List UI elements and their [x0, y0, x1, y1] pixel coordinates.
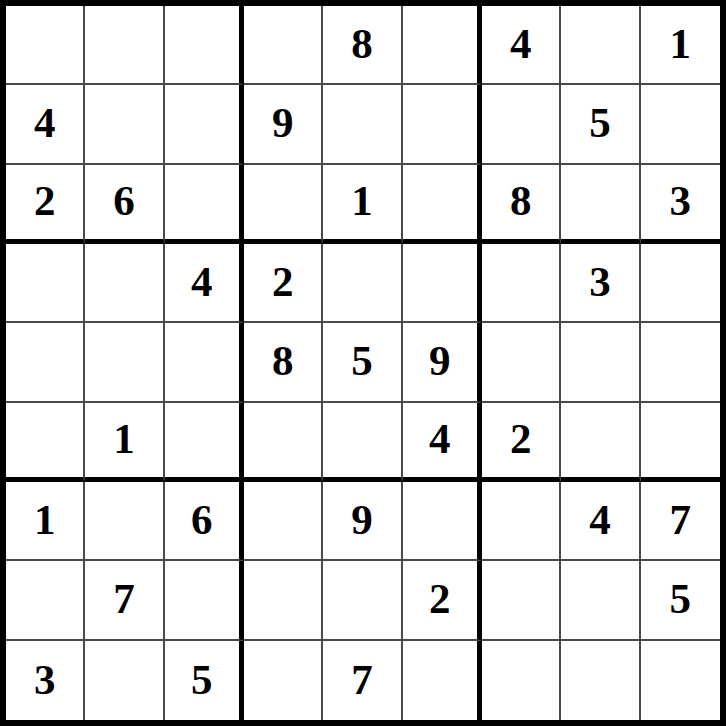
- cell-r3c9[interactable]: 3: [641, 165, 720, 244]
- cell-r7c7[interactable]: [482, 482, 561, 561]
- cell-r1c6[interactable]: [403, 6, 482, 85]
- cell-r7c3[interactable]: 6: [165, 482, 244, 561]
- cell-r3c3[interactable]: [165, 165, 244, 244]
- cell-r3c1[interactable]: 2: [6, 165, 85, 244]
- cell-r6c5[interactable]: [323, 403, 402, 482]
- cell-r9c5[interactable]: 7: [323, 641, 402, 720]
- cell-r2c4[interactable]: 9: [244, 85, 323, 164]
- given-digit: 3: [34, 658, 56, 701]
- given-digit: 2: [429, 577, 451, 620]
- given-digit: 5: [191, 658, 213, 701]
- cell-r9c1[interactable]: 3: [6, 641, 85, 720]
- given-digit: 2: [34, 179, 56, 222]
- given-digit: 4: [34, 101, 56, 144]
- cell-r6c1[interactable]: [6, 403, 85, 482]
- given-digit: 1: [351, 179, 373, 222]
- given-digit: 4: [510, 22, 532, 65]
- cell-r4c4[interactable]: 2: [244, 244, 323, 323]
- cell-r1c5[interactable]: 8: [323, 6, 402, 85]
- cell-r4c7[interactable]: [482, 244, 561, 323]
- cell-r7c5[interactable]: 9: [323, 482, 402, 561]
- cell-r6c7[interactable]: 2: [482, 403, 561, 482]
- cell-r7c2[interactable]: [85, 482, 164, 561]
- cell-r2c8[interactable]: 5: [561, 85, 640, 164]
- given-digit: 3: [670, 179, 692, 222]
- cell-r1c3[interactable]: [165, 6, 244, 85]
- sudoku-page: 8414952618342385914216947725357: [0, 0, 726, 726]
- cell-r4c1[interactable]: [6, 244, 85, 323]
- cell-r3c8[interactable]: [561, 165, 640, 244]
- given-digit: 9: [272, 101, 294, 144]
- cell-r9c3[interactable]: 5: [165, 641, 244, 720]
- given-digit: 4: [589, 498, 611, 541]
- cell-r1c2[interactable]: [85, 6, 164, 85]
- given-digit: 8: [272, 339, 294, 382]
- cell-r8c8[interactable]: [561, 561, 640, 640]
- cell-r4c2[interactable]: [85, 244, 164, 323]
- given-digit: 6: [191, 498, 213, 541]
- cell-r5c5[interactable]: 5: [323, 323, 402, 402]
- cell-r5c8[interactable]: [561, 323, 640, 402]
- cell-r6c9[interactable]: [641, 403, 720, 482]
- cell-r4c6[interactable]: [403, 244, 482, 323]
- cell-r9c8[interactable]: [561, 641, 640, 720]
- given-digit: 4: [191, 260, 213, 303]
- cell-r2c9[interactable]: [641, 85, 720, 164]
- cell-r4c5[interactable]: [323, 244, 402, 323]
- given-digit: 1: [34, 498, 56, 541]
- cell-r3c7[interactable]: 8: [482, 165, 561, 244]
- given-digit: 4: [429, 417, 451, 460]
- cell-r6c6[interactable]: 4: [403, 403, 482, 482]
- given-digit: 7: [670, 498, 692, 541]
- cell-r5c3[interactable]: [165, 323, 244, 402]
- sudoku-board: 8414952618342385914216947725357: [0, 0, 726, 726]
- given-digit: 2: [510, 417, 532, 460]
- cell-r4c3[interactable]: 4: [165, 244, 244, 323]
- cell-r7c6[interactable]: [403, 482, 482, 561]
- given-digit: 5: [351, 339, 373, 382]
- cell-r1c8[interactable]: [561, 6, 640, 85]
- given-digit: 9: [429, 339, 451, 382]
- cell-r6c8[interactable]: [561, 403, 640, 482]
- given-digit: 9: [351, 498, 373, 541]
- cell-r3c5[interactable]: 1: [323, 165, 402, 244]
- cell-r5c1[interactable]: [6, 323, 85, 402]
- cell-r9c2[interactable]: [85, 641, 164, 720]
- cell-r8c9[interactable]: 5: [641, 561, 720, 640]
- cell-r1c1[interactable]: [6, 6, 85, 85]
- cell-r9c9[interactable]: [641, 641, 720, 720]
- cell-r8c6[interactable]: 2: [403, 561, 482, 640]
- cell-r8c2[interactable]: 7: [85, 561, 164, 640]
- cell-r5c2[interactable]: [85, 323, 164, 402]
- given-digit: 7: [351, 658, 373, 701]
- cell-r3c4[interactable]: [244, 165, 323, 244]
- cell-r6c3[interactable]: [165, 403, 244, 482]
- cell-r5c6[interactable]: 9: [403, 323, 482, 402]
- cell-r3c6[interactable]: [403, 165, 482, 244]
- cell-r4c9[interactable]: [641, 244, 720, 323]
- cell-r7c1[interactable]: 1: [6, 482, 85, 561]
- cell-r2c5[interactable]: [323, 85, 402, 164]
- cell-r9c7[interactable]: [482, 641, 561, 720]
- cell-r9c6[interactable]: [403, 641, 482, 720]
- given-digit: 3: [589, 260, 611, 303]
- cell-r6c2[interactable]: 1: [85, 403, 164, 482]
- cell-r4c8[interactable]: 3: [561, 244, 640, 323]
- cell-r1c9[interactable]: 1: [641, 6, 720, 85]
- cell-r9c4[interactable]: [244, 641, 323, 720]
- cell-r2c6[interactable]: [403, 85, 482, 164]
- cell-r7c4[interactable]: [244, 482, 323, 561]
- given-digit: 1: [113, 417, 135, 460]
- given-digit: 5: [589, 101, 611, 144]
- cell-r2c2[interactable]: [85, 85, 164, 164]
- given-digit: 7: [113, 577, 135, 620]
- cell-r6c4[interactable]: [244, 403, 323, 482]
- cell-r5c9[interactable]: [641, 323, 720, 402]
- cell-r8c5[interactable]: [323, 561, 402, 640]
- cell-r3c2[interactable]: 6: [85, 165, 164, 244]
- cell-r2c1[interactable]: 4: [6, 85, 85, 164]
- given-digit: 6: [113, 179, 135, 222]
- cell-r8c3[interactable]: [165, 561, 244, 640]
- cell-r5c7[interactable]: [482, 323, 561, 402]
- cell-r2c3[interactable]: [165, 85, 244, 164]
- given-digit: 1: [670, 22, 692, 65]
- cell-r2c7[interactable]: [482, 85, 561, 164]
- cell-r8c1[interactable]: [6, 561, 85, 640]
- cell-r7c8[interactable]: 4: [561, 482, 640, 561]
- given-digit: 2: [272, 260, 294, 303]
- cell-r7c9[interactable]: 7: [641, 482, 720, 561]
- given-digit: 8: [510, 179, 532, 222]
- cell-r8c7[interactable]: [482, 561, 561, 640]
- cell-r5c4[interactable]: 8: [244, 323, 323, 402]
- cell-r8c4[interactable]: [244, 561, 323, 640]
- given-digit: 8: [351, 22, 373, 65]
- given-digit: 5: [670, 577, 692, 620]
- cell-r1c4[interactable]: [244, 6, 323, 85]
- cell-r1c7[interactable]: 4: [482, 6, 561, 85]
